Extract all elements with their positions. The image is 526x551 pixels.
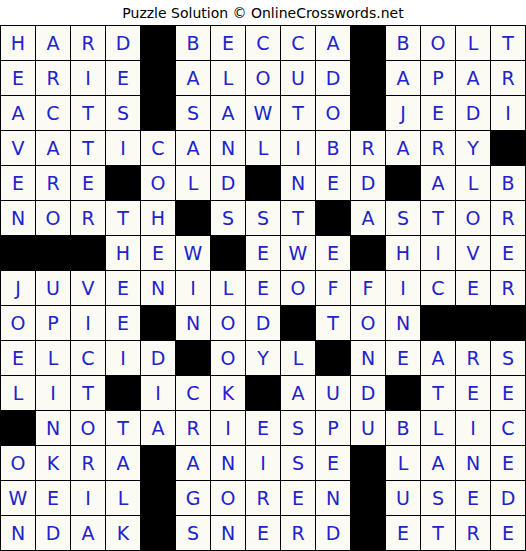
letter-cell-r4c1: V [1, 131, 35, 165]
letter-cell-r10c12: E [386, 341, 420, 375]
letter-cell-r7c9: W [281, 236, 315, 270]
letter-cell-r13c14: N [456, 446, 490, 480]
letter-cell-r6c2: O [36, 201, 70, 235]
letter-cell-r13c13: A [421, 446, 455, 480]
letter-cell-r10c1: E [1, 341, 35, 375]
letter-cell-r8c7: L [211, 271, 245, 305]
block-cell-r11c4 [106, 376, 140, 410]
letter-cell-r9c2: P [36, 306, 70, 340]
letter-cell-r8c13: C [421, 271, 455, 305]
letter-cell-r15c14: R [456, 516, 490, 550]
letter-cell-r9c11: O [351, 306, 385, 340]
block-cell-r9c5 [141, 306, 175, 340]
letter-cell-r8c9: O [281, 271, 315, 305]
letter-cell-r2c7: L [211, 61, 245, 95]
block-cell-r7c2 [36, 236, 70, 270]
letter-cell-r11c13: T [421, 376, 455, 410]
letter-cell-r7c15: E [491, 236, 525, 270]
block-cell-r9c9 [281, 306, 315, 340]
letter-cell-r13c2: K [36, 446, 70, 480]
letter-cell-r4c11: R [351, 131, 385, 165]
letter-cell-r12c3: O [71, 411, 105, 445]
letter-cell-r2c1: E [1, 61, 35, 95]
letter-cell-r15c9: R [281, 516, 315, 550]
block-cell-r7c1 [1, 236, 35, 270]
block-cell-r10c10 [316, 341, 350, 375]
letter-cell-r4c7: N [211, 131, 245, 165]
letter-cell-r14c8: R [246, 481, 280, 515]
letter-cell-r15c3: A [71, 516, 105, 550]
letter-cell-r11c11: D [351, 376, 385, 410]
letter-cell-r8c3: V [71, 271, 105, 305]
letter-cell-r10c11: N [351, 341, 385, 375]
letter-cell-r14c4: L [106, 481, 140, 515]
block-cell-r2c5 [141, 61, 175, 95]
block-cell-r14c5 [141, 481, 175, 515]
letter-cell-r15c10: D [316, 516, 350, 550]
block-cell-r10c6 [176, 341, 210, 375]
block-cell-r6c10 [316, 201, 350, 235]
block-cell-r6c6 [176, 201, 210, 235]
block-cell-r9c13 [421, 306, 455, 340]
letter-cell-r7c8: E [246, 236, 280, 270]
letter-cell-r9c1: O [1, 306, 35, 340]
letter-cell-r3c12: J [386, 96, 420, 130]
letter-cell-r15c2: D [36, 516, 70, 550]
crossword-grid: HARDBECCABOLTERIEALOUDAPARACTSSAWTOJEDIV… [0, 25, 526, 551]
letter-cell-r9c12: N [386, 306, 420, 340]
block-cell-r13c5 [141, 446, 175, 480]
letter-cell-r14c14: E [456, 481, 490, 515]
letter-cell-r5c10: E [316, 166, 350, 200]
letter-cell-r6c1: N [1, 201, 35, 235]
letter-cell-r10c8: Y [246, 341, 280, 375]
letter-cell-r12c11: U [351, 411, 385, 445]
letter-cell-r5c5: O [141, 166, 175, 200]
letter-cell-r2c9: U [281, 61, 315, 95]
letter-cell-r6c8: S [246, 201, 280, 235]
letter-cell-r15c4: K [106, 516, 140, 550]
letter-cell-r6c11: A [351, 201, 385, 235]
letter-cell-r11c2: I [36, 376, 70, 410]
letter-cell-r3c14: D [456, 96, 490, 130]
letter-cell-r11c5: I [141, 376, 175, 410]
letter-cell-r2c8: O [246, 61, 280, 95]
letter-cell-r13c3: R [71, 446, 105, 480]
letter-cell-r7c4: H [106, 236, 140, 270]
letter-cell-r5c14: L [456, 166, 490, 200]
block-cell-r15c5 [141, 516, 175, 550]
letter-cell-r3c8: W [246, 96, 280, 130]
letter-cell-r4c9: I [281, 131, 315, 165]
letter-cell-r6c3: R [71, 201, 105, 235]
block-cell-r1c11 [351, 26, 385, 60]
letter-cell-r3c3: T [71, 96, 105, 130]
letter-cell-r1c9: C [281, 26, 315, 60]
letter-cell-r13c9: S [281, 446, 315, 480]
letter-cell-r7c12: H [386, 236, 420, 270]
letter-cell-r5c1: E [1, 166, 35, 200]
block-cell-r4c15 [491, 131, 525, 165]
letter-cell-r3c2: C [36, 96, 70, 130]
letter-cell-r14c15: D [491, 481, 525, 515]
letter-cell-r12c13: L [421, 411, 455, 445]
block-cell-r5c12 [386, 166, 420, 200]
block-cell-r13c11 [351, 446, 385, 480]
letter-cell-r4c13: R [421, 131, 455, 165]
letter-cell-r15c12: E [386, 516, 420, 550]
letter-cell-r3c9: T [281, 96, 315, 130]
letter-cell-r3c1: A [1, 96, 35, 130]
letter-cell-r4c12: A [386, 131, 420, 165]
letter-cell-r12c8: E [246, 411, 280, 445]
letter-cell-r11c1: L [1, 376, 35, 410]
letter-cell-r14c9: E [281, 481, 315, 515]
letter-cell-r10c15: S [491, 341, 525, 375]
letter-cell-r12c6: R [176, 411, 210, 445]
letter-cell-r9c7: O [211, 306, 245, 340]
letter-cell-r2c15: R [491, 61, 525, 95]
letter-cell-r5c6: L [176, 166, 210, 200]
letter-cell-r12c14: I [456, 411, 490, 445]
block-cell-r3c11 [351, 96, 385, 130]
letter-cell-r10c7: O [211, 341, 245, 375]
block-cell-r7c11 [351, 236, 385, 270]
letter-cell-r6c4: T [106, 201, 140, 235]
letter-cell-r2c14: A [456, 61, 490, 95]
letter-cell-r4c3: T [71, 131, 105, 165]
letter-cell-r1c1: H [1, 26, 35, 60]
letter-cell-r13c7: N [211, 446, 245, 480]
letter-cell-r14c2: E [36, 481, 70, 515]
letter-cell-r9c10: T [316, 306, 350, 340]
letter-cell-r15c15: E [491, 516, 525, 550]
letter-cell-r14c3: I [71, 481, 105, 515]
letter-cell-r3c7: A [211, 96, 245, 130]
letter-cell-r7c5: E [141, 236, 175, 270]
letter-cell-r3c10: O [316, 96, 350, 130]
letter-cell-r13c15: E [491, 446, 525, 480]
letter-cell-r6c5: H [141, 201, 175, 235]
letter-cell-r5c15: B [491, 166, 525, 200]
letter-cell-r1c6: B [176, 26, 210, 60]
letter-cell-r4c4: I [106, 131, 140, 165]
letter-cell-r3c6: S [176, 96, 210, 130]
letter-cell-r3c13: E [421, 96, 455, 130]
letter-cell-r5c7: D [211, 166, 245, 200]
block-cell-r15c11 [351, 516, 385, 550]
letter-cell-r5c11: D [351, 166, 385, 200]
letter-cell-r12c2: N [36, 411, 70, 445]
block-cell-r5c8 [246, 166, 280, 200]
letter-cell-r7c6: W [176, 236, 210, 270]
block-cell-r11c8 [246, 376, 280, 410]
letter-cell-r15c7: N [211, 516, 245, 550]
letter-cell-r6c13: T [421, 201, 455, 235]
block-cell-r9c14 [456, 306, 490, 340]
letter-cell-r3c15: I [491, 96, 525, 130]
letter-cell-r14c7: O [211, 481, 245, 515]
letter-cell-r6c12: S [386, 201, 420, 235]
letter-cell-r11c10: U [316, 376, 350, 410]
letter-cell-r15c6: S [176, 516, 210, 550]
letter-cell-r11c7: K [211, 376, 245, 410]
letter-cell-r1c3: R [71, 26, 105, 60]
letter-cell-r10c3: C [71, 341, 105, 375]
block-cell-r1c5 [141, 26, 175, 60]
block-cell-r9c15 [491, 306, 525, 340]
crossword-solution-page: Puzzle Solution © OnlineCrosswords.net H… [0, 0, 526, 551]
letter-cell-r14c13: S [421, 481, 455, 515]
letter-cell-r1c4: D [106, 26, 140, 60]
letter-cell-r5c13: A [421, 166, 455, 200]
letter-cell-r11c3: T [71, 376, 105, 410]
block-cell-r14c11 [351, 481, 385, 515]
letter-cell-r5c9: N [281, 166, 315, 200]
letter-cell-r8c15: R [491, 271, 525, 305]
letter-cell-r15c1: N [1, 516, 35, 550]
letter-cell-r11c15: E [491, 376, 525, 410]
letter-cell-r13c6: A [176, 446, 210, 480]
letter-cell-r13c4: A [106, 446, 140, 480]
letter-cell-r11c9: A [281, 376, 315, 410]
letter-cell-r8c6: I [176, 271, 210, 305]
letter-cell-r14c6: G [176, 481, 210, 515]
letter-cell-r8c4: E [106, 271, 140, 305]
letter-cell-r10c5: D [141, 341, 175, 375]
letter-cell-r13c8: I [246, 446, 280, 480]
letter-cell-r5c2: R [36, 166, 70, 200]
letter-cell-r12c15: C [491, 411, 525, 445]
letter-cell-r12c10: P [316, 411, 350, 445]
letter-cell-r11c14: E [456, 376, 490, 410]
letter-cell-r8c2: U [36, 271, 70, 305]
letter-cell-r10c13: A [421, 341, 455, 375]
block-cell-r2c11 [351, 61, 385, 95]
letter-cell-r10c4: I [106, 341, 140, 375]
letter-cell-r15c8: E [246, 516, 280, 550]
letter-cell-r1c14: L [456, 26, 490, 60]
letter-cell-r1c7: E [211, 26, 245, 60]
letter-cell-r1c12: B [386, 26, 420, 60]
block-cell-r7c3 [71, 236, 105, 270]
block-cell-r7c7 [211, 236, 245, 270]
letter-cell-r2c12: A [386, 61, 420, 95]
letter-cell-r9c3: I [71, 306, 105, 340]
letter-cell-r4c5: C [141, 131, 175, 165]
letter-cell-r9c6: N [176, 306, 210, 340]
letter-cell-r1c8: C [246, 26, 280, 60]
letter-cell-r14c1: W [1, 481, 35, 515]
letter-cell-r15c13: T [421, 516, 455, 550]
letter-cell-r8c12: I [386, 271, 420, 305]
letter-cell-r4c8: L [246, 131, 280, 165]
letter-cell-r8c10: F [316, 271, 350, 305]
letter-cell-r1c10: A [316, 26, 350, 60]
letter-cell-r8c5: N [141, 271, 175, 305]
letter-cell-r12c12: B [386, 411, 420, 445]
letter-cell-r6c15: R [491, 201, 525, 235]
letter-cell-r12c5: A [141, 411, 175, 445]
letter-cell-r13c1: O [1, 446, 35, 480]
letter-cell-r2c4: E [106, 61, 140, 95]
block-cell-r3c5 [141, 96, 175, 130]
letter-cell-r6c7: S [211, 201, 245, 235]
letter-cell-r10c9: L [281, 341, 315, 375]
letter-cell-r8c11: F [351, 271, 385, 305]
letter-cell-r12c4: T [106, 411, 140, 445]
letter-cell-r14c12: U [386, 481, 420, 515]
letter-cell-r12c9: S [281, 411, 315, 445]
letter-cell-r14c10: N [316, 481, 350, 515]
letter-cell-r7c10: E [316, 236, 350, 270]
letter-cell-r6c9: T [281, 201, 315, 235]
letter-cell-r4c10: B [316, 131, 350, 165]
letter-cell-r1c13: O [421, 26, 455, 60]
block-cell-r12c1 [1, 411, 35, 445]
page-title: Puzzle Solution © OnlineCrosswords.net [0, 0, 526, 25]
letter-cell-r5c3: E [71, 166, 105, 200]
letter-cell-r4c6: A [176, 131, 210, 165]
letter-cell-r9c8: D [246, 306, 280, 340]
letter-cell-r11c6: C [176, 376, 210, 410]
letter-cell-r8c14: E [456, 271, 490, 305]
letter-cell-r7c13: I [421, 236, 455, 270]
letter-cell-r10c2: L [36, 341, 70, 375]
letter-cell-r2c3: I [71, 61, 105, 95]
letter-cell-r8c1: J [1, 271, 35, 305]
letter-cell-r2c10: D [316, 61, 350, 95]
letter-cell-r13c10: E [316, 446, 350, 480]
letter-cell-r2c2: R [36, 61, 70, 95]
block-cell-r5c4 [106, 166, 140, 200]
letter-cell-r3c4: S [106, 96, 140, 130]
letter-cell-r4c14: Y [456, 131, 490, 165]
letter-cell-r6c14: O [456, 201, 490, 235]
letter-cell-r2c13: P [421, 61, 455, 95]
letter-cell-r7c14: V [456, 236, 490, 270]
letter-cell-r4c2: A [36, 131, 70, 165]
letter-cell-r13c12: L [386, 446, 420, 480]
letter-cell-r12c7: I [211, 411, 245, 445]
letter-cell-r9c4: E [106, 306, 140, 340]
letter-cell-r1c2: A [36, 26, 70, 60]
letter-cell-r10c14: R [456, 341, 490, 375]
block-cell-r11c12 [386, 376, 420, 410]
letter-cell-r8c8: E [246, 271, 280, 305]
letter-cell-r2c6: A [176, 61, 210, 95]
letter-cell-r1c15: T [491, 26, 525, 60]
